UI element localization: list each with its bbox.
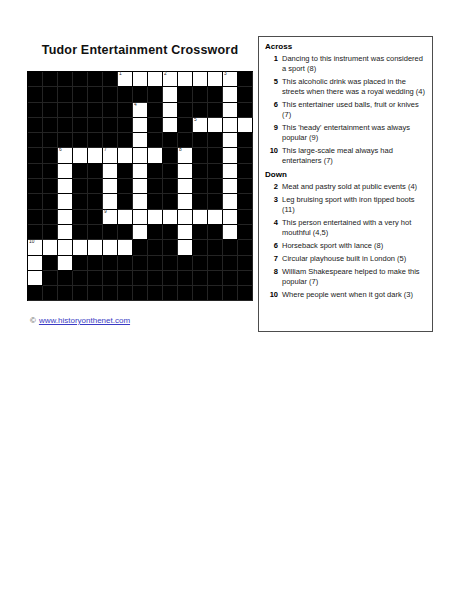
- grid-cell-white[interactable]: [163, 87, 178, 102]
- grid-cell-black: [88, 164, 103, 179]
- grid-cell-black: [238, 240, 253, 255]
- grid-cell-white[interactable]: [163, 210, 178, 225]
- grid-cell-black: [58, 286, 73, 301]
- cell-number: 5: [194, 117, 197, 123]
- grid-cell-black: [178, 286, 193, 301]
- grid-cell-black: [88, 286, 103, 301]
- grid-cell-white[interactable]: [103, 240, 118, 255]
- clue-text: This 'heady' entertainment was always po…: [282, 123, 426, 143]
- grid-cell-black: [163, 271, 178, 286]
- cell-number: 3: [224, 71, 227, 77]
- grid-cell-black: [208, 225, 223, 240]
- grid-cell-white[interactable]: [193, 72, 208, 87]
- grid-cell-white[interactable]: 1: [118, 72, 133, 87]
- grid-cell-black: [148, 164, 163, 179]
- grid-cell-black: [28, 148, 43, 163]
- grid-cell-black: [148, 103, 163, 118]
- grid-cell-white[interactable]: 3: [223, 72, 238, 87]
- clue-number: 4: [265, 218, 278, 238]
- grid-cell-white[interactable]: [208, 210, 223, 225]
- grid-cell-black: [103, 271, 118, 286]
- clue-item: 5This alcoholic drink was placed in the …: [265, 77, 426, 97]
- clue-text: Where people went when it got dark (3): [282, 290, 426, 300]
- grid-cell-white[interactable]: [58, 194, 73, 209]
- grid-cell-white[interactable]: [223, 210, 238, 225]
- grid-cell-white[interactable]: [88, 240, 103, 255]
- grid-cell-black: [88, 133, 103, 148]
- grid-cell-white[interactable]: [178, 210, 193, 225]
- grid-cell-white[interactable]: 6: [58, 148, 73, 163]
- grid-cell-black: [88, 271, 103, 286]
- grid-cell-black: [208, 179, 223, 194]
- grid-cell-white[interactable]: [178, 240, 193, 255]
- clue-text: Horseback sport with lance (8): [282, 241, 426, 251]
- grid-cell-black: [193, 179, 208, 194]
- grid-cell-black: [193, 286, 208, 301]
- grid-cell-black: [28, 194, 43, 209]
- grid-cell-black: [88, 210, 103, 225]
- grid-cell-black: [28, 103, 43, 118]
- grid-cell-black: [73, 118, 88, 133]
- grid-cell-black: [58, 271, 73, 286]
- clue-text: Circular playhouse built in London (5): [282, 254, 426, 264]
- grid-cell-black: [118, 164, 133, 179]
- grid-cell-black: [238, 164, 253, 179]
- grid-cell-white[interactable]: [133, 118, 148, 133]
- grid-cell-black: [208, 148, 223, 163]
- cell-number: 10: [29, 239, 34, 245]
- grid-cell-black: [103, 225, 118, 240]
- grid-cell-white[interactable]: [118, 240, 133, 255]
- grid-cell-black: [193, 271, 208, 286]
- cell-number: 4: [134, 102, 137, 108]
- grid-cell-white[interactable]: [223, 118, 238, 133]
- grid-cell-black: [43, 194, 58, 209]
- grid-cell-black: [88, 72, 103, 87]
- grid-cell-black: [43, 210, 58, 225]
- grid-cell-black: [238, 133, 253, 148]
- grid-cell-white[interactable]: [208, 118, 223, 133]
- grid-cell-black: [103, 72, 118, 87]
- page-title: Tudor Entertainment Crossword: [42, 43, 239, 57]
- grid-cell-white[interactable]: [58, 256, 73, 271]
- grid-cell-black: [103, 256, 118, 271]
- page: Tudor Entertainment Crossword 1234567891…: [0, 0, 464, 600]
- grid-cell-black: [133, 87, 148, 102]
- clue-text: Meat and pastry sold at public events (4…: [282, 182, 426, 192]
- across-header: Across: [265, 42, 426, 51]
- grid-cell-black: [118, 256, 133, 271]
- clue-number: 7: [265, 254, 278, 264]
- grid-cell-black: [193, 240, 208, 255]
- grid-cell-black: [148, 118, 163, 133]
- grid-cell-black: [43, 179, 58, 194]
- grid-cell-white[interactable]: 4: [133, 103, 148, 118]
- grid-cell-white[interactable]: 8: [178, 148, 193, 163]
- grid-cell-black: [148, 194, 163, 209]
- grid-cell-black: [73, 286, 88, 301]
- grid-cell-black: [73, 210, 88, 225]
- grid-cell-black: [223, 286, 238, 301]
- cell-number: 1: [119, 71, 122, 77]
- clue-number: 6: [265, 241, 278, 251]
- grid-cell-white[interactable]: [133, 194, 148, 209]
- grid-cell-white[interactable]: [88, 148, 103, 163]
- grid-cell-black: [118, 87, 133, 102]
- grid-cell-black: [178, 87, 193, 102]
- grid-cell-black: [193, 225, 208, 240]
- clue-item: 9This 'heady' entertainment was always p…: [265, 123, 426, 143]
- grid-cell-white[interactable]: [223, 179, 238, 194]
- grid-cell-black: [73, 87, 88, 102]
- footer-link[interactable]: www.historyonthenet.com: [39, 316, 130, 325]
- crossword-grid: 12345678910: [27, 71, 253, 301]
- grid-cell-black: [88, 256, 103, 271]
- grid-cell-white[interactable]: [148, 210, 163, 225]
- grid-cell-black: [148, 286, 163, 301]
- clue-number: 1: [265, 54, 278, 74]
- grid-cell-black: [103, 87, 118, 102]
- grid-cell-black: [73, 133, 88, 148]
- clues-panel: Across 1Dancing to this instrument was c…: [258, 36, 433, 332]
- grid-cell-black: [193, 194, 208, 209]
- clue-item: 8William Shakespeare helped to make this…: [265, 267, 426, 287]
- clue-number: 9: [265, 123, 278, 143]
- grid-cell-black: [28, 164, 43, 179]
- grid-cell-black: [133, 240, 148, 255]
- grid-cell-black: [208, 256, 223, 271]
- clue-item: 2Meat and pastry sold at public events (…: [265, 182, 426, 192]
- grid-cell-white[interactable]: [193, 210, 208, 225]
- grid-cell-black: [208, 271, 223, 286]
- grid-cell-white[interactable]: 7: [103, 148, 118, 163]
- clue-number: 8: [265, 267, 278, 287]
- grid-cell-black: [148, 133, 163, 148]
- grid-cell-white[interactable]: [103, 164, 118, 179]
- grid-cell-black: [58, 118, 73, 133]
- grid-cell-black: [148, 87, 163, 102]
- grid-cell-white[interactable]: [58, 240, 73, 255]
- grid-cell-black: [223, 271, 238, 286]
- grid-cell-black: [118, 103, 133, 118]
- grid-cell-white[interactable]: [58, 164, 73, 179]
- grid-cell-black: [208, 87, 223, 102]
- grid-cell-black: [58, 72, 73, 87]
- grid-cell-black: [43, 286, 58, 301]
- grid-cell-white[interactable]: [178, 164, 193, 179]
- grid-cell-black: [163, 179, 178, 194]
- across-clues-list: 1Dancing to this instrument was consider…: [265, 54, 426, 166]
- clue-number: 3: [265, 195, 278, 215]
- grid-cell-black: [73, 164, 88, 179]
- grid-cell-white[interactable]: [118, 148, 133, 163]
- clue-item: 10Where people went when it got dark (3): [265, 290, 426, 300]
- grid-cell-black: [28, 210, 43, 225]
- grid-cell-black: [73, 194, 88, 209]
- grid-cell-black: [73, 179, 88, 194]
- grid-cell-black: [118, 133, 133, 148]
- grid-cell-black: [148, 271, 163, 286]
- grid-cell-white[interactable]: [58, 210, 73, 225]
- grid-cell-black: [118, 271, 133, 286]
- grid-cell-black: [43, 148, 58, 163]
- grid-cell-black: [133, 286, 148, 301]
- grid-cell-black: [208, 194, 223, 209]
- grid-cell-black: [193, 164, 208, 179]
- grid-cell-white[interactable]: [223, 87, 238, 102]
- clue-text: Leg bruising sport with iron tipped boot…: [282, 195, 426, 215]
- grid-cell-white[interactable]: [43, 240, 58, 255]
- clue-number: 2: [265, 182, 278, 192]
- grid-cell-black: [118, 286, 133, 301]
- footer-copyright: ©www.historyonthenet.com: [30, 316, 130, 325]
- grid-cell-white[interactable]: [223, 164, 238, 179]
- grid-cell-black: [238, 256, 253, 271]
- grid-cell-black: [148, 256, 163, 271]
- grid-cell-black: [103, 286, 118, 301]
- grid-cell-black: [88, 194, 103, 209]
- clue-number: 10: [265, 146, 278, 166]
- grid-cell-black: [133, 271, 148, 286]
- grid-cell-white[interactable]: 9: [103, 210, 118, 225]
- cell-number: 8: [179, 147, 182, 153]
- grid-cell-black: [163, 164, 178, 179]
- grid-cell-black: [208, 133, 223, 148]
- grid-cell-white[interactable]: [103, 179, 118, 194]
- grid-cell-white[interactable]: [238, 118, 253, 133]
- grid-cell-white[interactable]: 5: [193, 118, 208, 133]
- clue-item: 4This person entertained with a very hot…: [265, 218, 426, 238]
- grid-cell-black: [73, 271, 88, 286]
- clue-item: 6This entertainer used balls, fruit or k…: [265, 100, 426, 120]
- grid-cell-black: [163, 133, 178, 148]
- clue-item: 10This large-scale meal always had enter…: [265, 146, 426, 166]
- grid-cell-black: [178, 256, 193, 271]
- grid-cell-black: [58, 87, 73, 102]
- grid-cell-black: [73, 72, 88, 87]
- grid-cell-black: [88, 87, 103, 102]
- grid-cell-black: [88, 225, 103, 240]
- grid-cell-black: [238, 225, 253, 240]
- grid-cell-black: [43, 72, 58, 87]
- grid-cell-black: [73, 225, 88, 240]
- clue-item: 1Dancing to this instrument was consider…: [265, 54, 426, 74]
- grid-cell-black: [148, 179, 163, 194]
- grid-cell-white[interactable]: 2: [163, 72, 178, 87]
- clue-text: This large-scale meal always had enterta…: [282, 146, 426, 166]
- grid-cell-black: [43, 87, 58, 102]
- grid-cell-black: [178, 118, 193, 133]
- grid-cell-white[interactable]: [223, 225, 238, 240]
- grid-cell-black: [43, 118, 58, 133]
- grid-cell-black: [193, 148, 208, 163]
- grid-cell-black: [28, 133, 43, 148]
- grid-cell-black: [133, 256, 148, 271]
- grid-cell-black: [223, 240, 238, 255]
- grid-cell-white[interactable]: [58, 179, 73, 194]
- down-clues-list: 2Meat and pastry sold at public events (…: [265, 182, 426, 300]
- grid-cell-black: [193, 87, 208, 102]
- grid-cell-black: [43, 164, 58, 179]
- grid-cell-white[interactable]: [58, 225, 73, 240]
- grid-cell-black: [238, 194, 253, 209]
- grid-cell-black: [118, 118, 133, 133]
- grid-cell-white[interactable]: [223, 194, 238, 209]
- grid-cell-black: [163, 225, 178, 240]
- grid-cell-white[interactable]: [148, 148, 163, 163]
- grid-cell-white[interactable]: [28, 271, 43, 286]
- grid-cell-black: [43, 133, 58, 148]
- grid-cell-black: [148, 240, 163, 255]
- clue-number: 6: [265, 100, 278, 120]
- grid-cell-white[interactable]: [103, 194, 118, 209]
- grid-cell-black: [88, 179, 103, 194]
- grid-cell-black: [28, 179, 43, 194]
- grid-cell-white[interactable]: 10: [28, 240, 43, 255]
- grid-cell-black: [238, 87, 253, 102]
- grid-cell-black: [163, 194, 178, 209]
- grid-cell-white[interactable]: [133, 148, 148, 163]
- grid-cell-white[interactable]: [133, 179, 148, 194]
- grid-cell-black: [88, 118, 103, 133]
- grid-cell-white[interactable]: [73, 148, 88, 163]
- grid-cell-black: [238, 72, 253, 87]
- grid-cell-black: [208, 240, 223, 255]
- grid-cell-black: [193, 103, 208, 118]
- grid-cell-white[interactable]: [133, 225, 148, 240]
- cell-number: 6: [59, 147, 62, 153]
- grid-cell-black: [193, 133, 208, 148]
- grid-cell-black: [178, 103, 193, 118]
- grid-cell-white[interactable]: [208, 72, 223, 87]
- grid-cell-white[interactable]: [118, 210, 133, 225]
- grid-cell-white[interactable]: [133, 210, 148, 225]
- grid-cell-black: [43, 256, 58, 271]
- clue-text: This person entertained with a very hot …: [282, 218, 426, 238]
- grid-cell-white[interactable]: [133, 133, 148, 148]
- clue-item: 7Circular playhouse built in London (5): [265, 254, 426, 264]
- clue-item: 3Leg bruising sport with iron tipped boo…: [265, 195, 426, 215]
- grid-cell-white[interactable]: [73, 240, 88, 255]
- clue-number: 10: [265, 290, 278, 300]
- grid-cell-black: [208, 286, 223, 301]
- grid-cell-black: [43, 103, 58, 118]
- grid-cell-white[interactable]: [178, 194, 193, 209]
- grid-cell-black: [208, 103, 223, 118]
- grid-cell-black: [118, 179, 133, 194]
- grid-cell-black: [88, 103, 103, 118]
- grid-cell-white[interactable]: [148, 72, 163, 87]
- title-wrap: Tudor Entertainment Crossword: [27, 40, 253, 58]
- grid-cell-white[interactable]: [178, 179, 193, 194]
- grid-cell-black: [163, 286, 178, 301]
- grid-cell-black: [163, 256, 178, 271]
- grid-cell-black: [163, 148, 178, 163]
- grid-cell-black: [163, 240, 178, 255]
- cell-number: 7: [104, 147, 107, 153]
- grid-cell-black: [28, 286, 43, 301]
- grid-cell-black: [118, 225, 133, 240]
- clue-text: This alcoholic drink was placed in the s…: [282, 77, 426, 97]
- grid-cell-white[interactable]: [223, 133, 238, 148]
- grid-cell-black: [238, 271, 253, 286]
- clue-text: This entertainer used balls, fruit or kn…: [282, 100, 426, 120]
- grid-cell-black: [73, 256, 88, 271]
- grid-cell-black: [148, 225, 163, 240]
- grid-cell-black: [223, 256, 238, 271]
- grid-cell-white[interactable]: [28, 256, 43, 271]
- cell-number: 9: [104, 209, 107, 215]
- grid-cell-white[interactable]: [223, 148, 238, 163]
- clue-number: 5: [265, 77, 278, 97]
- grid-cell-black: [28, 87, 43, 102]
- grid-cell-white[interactable]: [133, 72, 148, 87]
- grid-cell-black: [58, 103, 73, 118]
- grid-cell-black: [193, 256, 208, 271]
- grid-cell-white[interactable]: [163, 103, 178, 118]
- clue-text: Dancing to this instrument was considere…: [282, 54, 426, 74]
- grid-cell-black: [28, 118, 43, 133]
- clue-item: 6Horseback sport with lance (8): [265, 241, 426, 251]
- clue-text: William Shakespeare helped to make this …: [282, 267, 426, 287]
- down-header: Down: [265, 170, 426, 179]
- grid-cell-black: [103, 103, 118, 118]
- grid-cell-white[interactable]: [163, 118, 178, 133]
- grid-cell-black: [238, 286, 253, 301]
- grid-cell-white[interactable]: [178, 225, 193, 240]
- grid-cell-black: [208, 164, 223, 179]
- grid-cell-black: [178, 271, 193, 286]
- grid-cell-black: [238, 148, 253, 163]
- grid-cell-white[interactable]: [178, 72, 193, 87]
- grid-cell-black: [238, 179, 253, 194]
- grid-cell-black: [73, 103, 88, 118]
- grid-cell-black: [238, 103, 253, 118]
- grid-cell-black: [43, 271, 58, 286]
- grid-cell-white[interactable]: [223, 103, 238, 118]
- grid-cell-black: [118, 194, 133, 209]
- cell-number: 2: [164, 71, 167, 77]
- grid-cell-black: [28, 225, 43, 240]
- grid-cell-black: [238, 210, 253, 225]
- grid-cell-black: [43, 225, 58, 240]
- grid-cell-black: [103, 118, 118, 133]
- grid-cell-white[interactable]: [133, 164, 148, 179]
- copyright-icon: ©: [30, 316, 36, 325]
- grid-cell-black: [28, 72, 43, 87]
